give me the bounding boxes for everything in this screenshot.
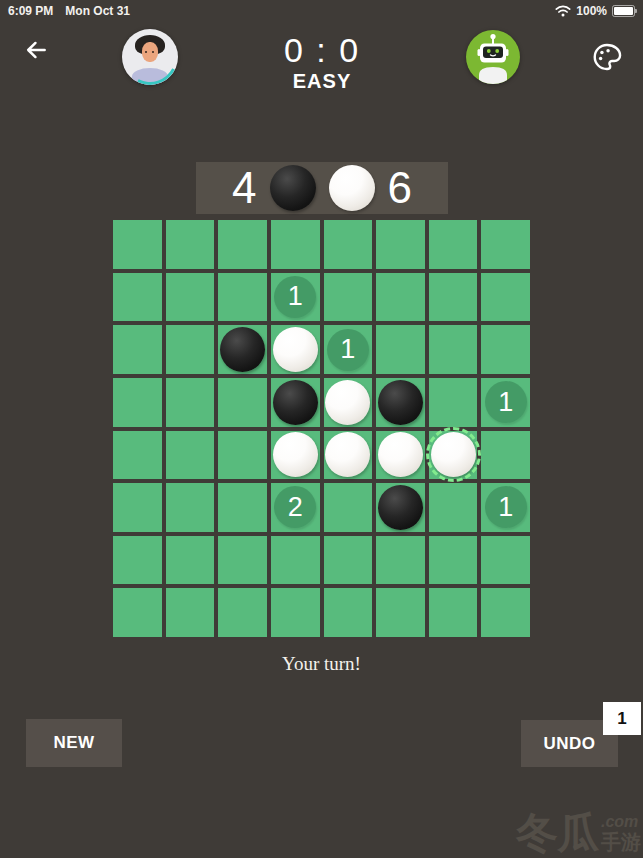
battery-icon <box>612 5 635 17</box>
board-cell[interactable] <box>429 536 478 585</box>
board-cell[interactable] <box>218 378 267 427</box>
board-cell[interactable] <box>113 431 162 480</box>
watermark-sub: 手游 <box>601 832 641 852</box>
board-cell[interactable]: 1 <box>324 325 373 374</box>
board-cell[interactable] <box>429 378 478 427</box>
board-cell[interactable] <box>271 536 320 585</box>
palette-icon <box>591 41 623 73</box>
board-cell[interactable] <box>166 536 215 585</box>
board-cell[interactable] <box>166 273 215 322</box>
board: 11121 <box>113 220 530 637</box>
robot-icon <box>466 30 520 84</box>
board-cell[interactable]: 1 <box>481 378 530 427</box>
board-cell[interactable] <box>166 220 215 269</box>
black-disc <box>378 380 423 425</box>
move-hint[interactable]: 2 <box>274 486 316 528</box>
board-cell[interactable] <box>166 325 215 374</box>
board-cell[interactable] <box>218 325 267 374</box>
board-cell[interactable] <box>324 273 373 322</box>
board-cell[interactable] <box>113 273 162 322</box>
black-score: 4 <box>232 166 256 210</box>
battery-percent: 100% <box>576 4 607 18</box>
board-cell[interactable] <box>324 431 373 480</box>
board-cell[interactable] <box>376 378 425 427</box>
status-right: 100% <box>555 4 635 18</box>
move-hint[interactable]: 1 <box>274 276 316 318</box>
board-cell[interactable] <box>429 588 478 637</box>
board-cell[interactable] <box>113 378 162 427</box>
board-cell[interactable] <box>218 483 267 532</box>
white-disc <box>273 432 318 477</box>
board-cell[interactable] <box>429 431 478 480</box>
white-score: 6 <box>388 166 412 210</box>
status-date: Mon Oct 31 <box>65 4 130 18</box>
score-bar: 4 6 <box>196 162 448 214</box>
board-cell[interactable] <box>271 220 320 269</box>
robot-avatar <box>466 30 520 84</box>
board-cell[interactable] <box>376 325 425 374</box>
board-cell[interactable] <box>429 483 478 532</box>
status-time: 6:09 PM <box>8 4 53 18</box>
watermark-main: 冬瓜 <box>516 812 598 854</box>
board-cell[interactable] <box>481 588 530 637</box>
difficulty-label: EASY <box>232 70 412 93</box>
avatar-teal-rim <box>122 29 178 85</box>
board-cell[interactable] <box>271 431 320 480</box>
back-button[interactable] <box>18 33 54 69</box>
move-hint[interactable]: 1 <box>485 486 527 528</box>
board-cell[interactable] <box>113 483 162 532</box>
white-disc <box>325 380 370 425</box>
board-cell[interactable] <box>166 378 215 427</box>
board-cell[interactable] <box>376 431 425 480</box>
watermark-com: .com <box>601 814 641 830</box>
black-disc <box>378 485 423 530</box>
match-score-block: 0 : 0 EASY <box>232 33 412 93</box>
board-cell[interactable] <box>218 536 267 585</box>
board-cell[interactable] <box>324 588 373 637</box>
board-cell[interactable]: 1 <box>271 273 320 322</box>
white-disc <box>431 432 476 477</box>
board-cell[interactable] <box>324 378 373 427</box>
board-cell[interactable] <box>218 273 267 322</box>
wifi-icon <box>555 5 571 17</box>
board-cell[interactable] <box>376 588 425 637</box>
board-cell[interactable] <box>113 588 162 637</box>
board-cell[interactable] <box>324 220 373 269</box>
board-cell[interactable] <box>481 273 530 322</box>
app-window: 6:09 PM Mon Oct 31 100% 0 : 0 EASY <box>0 0 643 858</box>
board-cell[interactable] <box>324 483 373 532</box>
board-cell[interactable] <box>429 220 478 269</box>
status-bar: 6:09 PM Mon Oct 31 100% <box>0 0 643 22</box>
board-cell[interactable] <box>271 588 320 637</box>
black-disc-icon <box>270 165 316 211</box>
board-cell[interactable] <box>376 536 425 585</box>
move-hint[interactable]: 1 <box>327 329 369 371</box>
board-cell[interactable] <box>481 536 530 585</box>
board-cell[interactable] <box>113 220 162 269</box>
back-arrow-icon <box>23 37 49 63</box>
turn-message: Your turn! <box>0 653 643 675</box>
match-score: 0 : 0 <box>232 33 412 67</box>
black-disc <box>273 380 318 425</box>
board-cell[interactable] <box>376 483 425 532</box>
board-cell[interactable] <box>271 325 320 374</box>
board-cell[interactable] <box>166 483 215 532</box>
board-cell[interactable]: 2 <box>271 483 320 532</box>
status-left: 6:09 PM Mon Oct 31 <box>8 4 130 18</box>
theme-button[interactable] <box>589 40 625 76</box>
board-cell[interactable] <box>481 325 530 374</box>
board-cell[interactable] <box>218 220 267 269</box>
black-disc <box>220 327 265 372</box>
board-cell[interactable] <box>376 220 425 269</box>
board-cell[interactable] <box>218 588 267 637</box>
white-disc <box>325 432 370 477</box>
move-hint[interactable]: 1 <box>485 381 527 423</box>
board-cell[interactable] <box>481 431 530 480</box>
board-cell[interactable] <box>166 588 215 637</box>
board-cell[interactable] <box>324 536 373 585</box>
board-cell[interactable] <box>113 536 162 585</box>
white-disc-icon <box>329 165 375 211</box>
board-cell[interactable] <box>429 325 478 374</box>
board-cell[interactable] <box>481 220 530 269</box>
white-disc <box>378 432 423 477</box>
player-avatar <box>122 29 178 85</box>
white-disc <box>273 327 318 372</box>
new-button[interactable]: NEW <box>26 719 122 767</box>
board-cell[interactable]: 1 <box>481 483 530 532</box>
board-cell[interactable] <box>271 378 320 427</box>
board-cell[interactable] <box>166 431 215 480</box>
board-cell[interactable] <box>429 273 478 322</box>
undo-count-badge: 1 <box>603 702 641 735</box>
watermark: 冬瓜 .com 手游 <box>516 812 641 854</box>
board-cell[interactable] <box>376 273 425 322</box>
board-cell[interactable] <box>218 431 267 480</box>
board-cell[interactable] <box>113 325 162 374</box>
